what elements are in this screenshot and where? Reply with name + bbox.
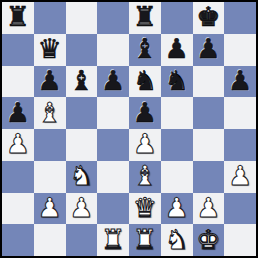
square-d5[interactable] bbox=[97, 97, 129, 129]
square-h5[interactable] bbox=[224, 97, 256, 129]
square-d3[interactable] bbox=[97, 161, 129, 193]
square-h4[interactable] bbox=[224, 129, 256, 161]
black-pawn[interactable]: ♟ bbox=[38, 67, 62, 94]
chess-board: ♜♜♚♛♝♟♟♟♝♟♞♞♟♟♝♟♟♟♞♝♟♟♟♛♟♟♜♜♞♚ bbox=[2, 2, 256, 256]
square-e4[interactable]: ♟ bbox=[129, 129, 161, 161]
square-f2[interactable]: ♟ bbox=[161, 193, 193, 225]
square-f5[interactable] bbox=[161, 97, 193, 129]
square-b5[interactable]: ♝ bbox=[34, 97, 66, 129]
square-c6[interactable]: ♝ bbox=[66, 66, 98, 98]
square-g2[interactable]: ♟ bbox=[193, 193, 225, 225]
square-e1[interactable]: ♜ bbox=[129, 224, 161, 256]
square-d7[interactable] bbox=[97, 34, 129, 66]
square-d4[interactable] bbox=[97, 129, 129, 161]
square-c4[interactable] bbox=[66, 129, 98, 161]
square-b1[interactable] bbox=[34, 224, 66, 256]
black-bishop[interactable]: ♝ bbox=[133, 35, 157, 62]
square-g1[interactable]: ♚ bbox=[193, 224, 225, 256]
square-d1[interactable]: ♜ bbox=[97, 224, 129, 256]
square-a3[interactable] bbox=[2, 161, 34, 193]
black-pawn[interactable]: ♟ bbox=[133, 99, 157, 126]
square-h7[interactable] bbox=[224, 34, 256, 66]
white-rook[interactable]: ♜ bbox=[101, 226, 125, 253]
square-g7[interactable]: ♟ bbox=[193, 34, 225, 66]
black-rook[interactable]: ♜ bbox=[6, 3, 30, 30]
square-b4[interactable] bbox=[34, 129, 66, 161]
square-e6[interactable]: ♞ bbox=[129, 66, 161, 98]
black-pawn[interactable]: ♟ bbox=[165, 35, 189, 62]
white-knight[interactable]: ♞ bbox=[69, 162, 93, 189]
square-a7[interactable] bbox=[2, 34, 34, 66]
black-pawn[interactable]: ♟ bbox=[101, 67, 125, 94]
square-b8[interactable] bbox=[34, 2, 66, 34]
black-knight[interactable]: ♞ bbox=[165, 67, 189, 94]
white-pawn[interactable]: ♟ bbox=[38, 194, 62, 221]
square-c5[interactable] bbox=[66, 97, 98, 129]
square-f1[interactable]: ♞ bbox=[161, 224, 193, 256]
square-c1[interactable] bbox=[66, 224, 98, 256]
black-king[interactable]: ♚ bbox=[196, 3, 220, 30]
square-a1[interactable] bbox=[2, 224, 34, 256]
square-b3[interactable] bbox=[34, 161, 66, 193]
black-knight[interactable]: ♞ bbox=[133, 67, 157, 94]
square-d2[interactable] bbox=[97, 193, 129, 225]
square-b7[interactable]: ♛ bbox=[34, 34, 66, 66]
white-pawn[interactable]: ♟ bbox=[6, 130, 30, 157]
square-c2[interactable]: ♟ bbox=[66, 193, 98, 225]
chess-board-frame: ♜♜♚♛♝♟♟♟♝♟♞♞♟♟♝♟♟♟♞♝♟♟♟♛♟♟♜♜♞♚ bbox=[0, 0, 258, 258]
square-b2[interactable]: ♟ bbox=[34, 193, 66, 225]
white-pawn[interactable]: ♟ bbox=[165, 194, 189, 221]
white-bishop[interactable]: ♝ bbox=[38, 99, 62, 126]
square-e8[interactable]: ♜ bbox=[129, 2, 161, 34]
square-a2[interactable] bbox=[2, 193, 34, 225]
white-pawn[interactable]: ♟ bbox=[69, 194, 93, 221]
square-a8[interactable]: ♜ bbox=[2, 2, 34, 34]
square-f3[interactable] bbox=[161, 161, 193, 193]
square-f6[interactable]: ♞ bbox=[161, 66, 193, 98]
square-c7[interactable] bbox=[66, 34, 98, 66]
square-g6[interactable] bbox=[193, 66, 225, 98]
white-pawn[interactable]: ♟ bbox=[228, 162, 252, 189]
black-pawn[interactable]: ♟ bbox=[6, 99, 30, 126]
square-g5[interactable] bbox=[193, 97, 225, 129]
square-a6[interactable] bbox=[2, 66, 34, 98]
white-pawn[interactable]: ♟ bbox=[196, 194, 220, 221]
square-e3[interactable]: ♝ bbox=[129, 161, 161, 193]
white-bishop[interactable]: ♝ bbox=[133, 162, 157, 189]
square-a4[interactable]: ♟ bbox=[2, 129, 34, 161]
square-d6[interactable]: ♟ bbox=[97, 66, 129, 98]
white-knight[interactable]: ♞ bbox=[165, 226, 189, 253]
square-g3[interactable] bbox=[193, 161, 225, 193]
square-g4[interactable] bbox=[193, 129, 225, 161]
square-h8[interactable] bbox=[224, 2, 256, 34]
square-a5[interactable]: ♟ bbox=[2, 97, 34, 129]
square-b6[interactable]: ♟ bbox=[34, 66, 66, 98]
square-h3[interactable]: ♟ bbox=[224, 161, 256, 193]
square-c3[interactable]: ♞ bbox=[66, 161, 98, 193]
square-f8[interactable] bbox=[161, 2, 193, 34]
square-f4[interactable] bbox=[161, 129, 193, 161]
square-c8[interactable] bbox=[66, 2, 98, 34]
square-g8[interactable]: ♚ bbox=[193, 2, 225, 34]
square-f7[interactable]: ♟ bbox=[161, 34, 193, 66]
square-h6[interactable]: ♟ bbox=[224, 66, 256, 98]
white-rook[interactable]: ♜ bbox=[133, 226, 157, 253]
square-h2[interactable] bbox=[224, 193, 256, 225]
black-bishop[interactable]: ♝ bbox=[69, 67, 93, 94]
white-king[interactable]: ♚ bbox=[196, 226, 220, 253]
square-e5[interactable]: ♟ bbox=[129, 97, 161, 129]
square-e2[interactable]: ♛ bbox=[129, 193, 161, 225]
white-pawn[interactable]: ♟ bbox=[133, 130, 157, 157]
square-e7[interactable]: ♝ bbox=[129, 34, 161, 66]
white-queen[interactable]: ♛ bbox=[133, 194, 157, 221]
black-pawn[interactable]: ♟ bbox=[196, 35, 220, 62]
black-rook[interactable]: ♜ bbox=[133, 3, 157, 30]
square-d8[interactable] bbox=[97, 2, 129, 34]
square-h1[interactable] bbox=[224, 224, 256, 256]
black-queen[interactable]: ♛ bbox=[38, 35, 62, 62]
black-pawn[interactable]: ♟ bbox=[228, 67, 252, 94]
